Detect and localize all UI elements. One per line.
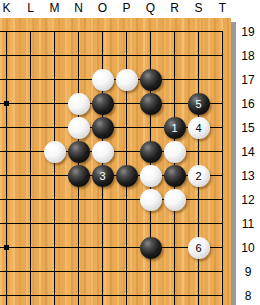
row-label: 12 <box>235 192 260 208</box>
numbered-stone: 5 <box>188 93 210 115</box>
numbered-stone: 3 <box>92 165 114 187</box>
stone <box>92 141 114 163</box>
stone <box>92 69 114 91</box>
row-label: 19 <box>235 24 260 40</box>
stone <box>68 165 90 187</box>
stone <box>92 93 114 115</box>
column-label: M <box>43 0 67 16</box>
row-label: 13 <box>235 168 260 184</box>
column-label: L <box>19 0 43 16</box>
stones-layer: 514326 <box>0 20 235 305</box>
numbered-stone: 2 <box>188 165 210 187</box>
stone <box>140 237 162 259</box>
stone <box>116 165 138 187</box>
stone <box>140 141 162 163</box>
column-label: Q <box>139 0 163 16</box>
stone <box>68 117 90 139</box>
stone <box>164 189 186 211</box>
row-label: 11 <box>235 216 260 232</box>
row-label: 16 <box>235 96 260 112</box>
stone <box>140 165 162 187</box>
stone <box>44 141 66 163</box>
stone <box>68 93 90 115</box>
row-label: 9 <box>235 264 260 280</box>
column-label: T <box>211 0 235 16</box>
column-label: R <box>163 0 187 16</box>
column-label: K <box>0 0 19 16</box>
column-label: N <box>67 0 91 16</box>
column-label: P <box>115 0 139 16</box>
row-label: 15 <box>235 120 260 136</box>
column-label: O <box>91 0 115 16</box>
numbered-stone: 6 <box>188 237 210 259</box>
row-label: 14 <box>235 144 260 160</box>
column-label: S <box>187 0 211 16</box>
row-label: 8 <box>235 288 260 304</box>
numbered-stone: 4 <box>188 117 210 139</box>
stone <box>140 189 162 211</box>
numbered-stone: 1 <box>164 117 186 139</box>
stone <box>164 165 186 187</box>
row-label: 17 <box>235 72 260 88</box>
stone <box>140 69 162 91</box>
row-label: 10 <box>235 240 260 256</box>
stone <box>68 141 90 163</box>
go-board-diagram: KLMNOPQRST 514326 1918171615141312111098 <box>0 0 260 305</box>
stone <box>164 141 186 163</box>
row-label: 18 <box>235 48 260 64</box>
stone <box>116 69 138 91</box>
stone <box>92 117 114 139</box>
go-board[interactable]: 514326 <box>0 18 231 305</box>
stone <box>140 93 162 115</box>
